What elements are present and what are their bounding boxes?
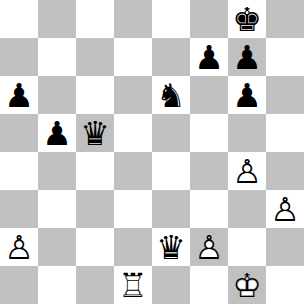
piece-glyph: ♟ [0,76,38,114]
square-h7[interactable] [266,38,304,76]
square-g5[interactable] [228,114,266,152]
square-c5[interactable]: ♛ [76,114,114,152]
square-b6[interactable] [38,76,76,114]
square-h2[interactable] [266,228,304,266]
square-e2[interactable]: ♛ [152,228,190,266]
square-b5[interactable]: ♟ [38,114,76,152]
square-g1[interactable]: ♚♔ [228,266,266,304]
piece-black-pawn[interactable]: ♟ [228,38,266,76]
square-h6[interactable] [266,76,304,114]
piece-white-pawn[interactable]: ♟♙ [0,228,38,266]
square-g8[interactable]: ♚ [228,0,266,38]
square-g7[interactable]: ♟ [228,38,266,76]
square-d6[interactable] [114,76,152,114]
square-c3[interactable] [76,190,114,228]
square-g4[interactable]: ♟♙ [228,152,266,190]
piece-black-knight[interactable]: ♞ [152,76,190,114]
square-c4[interactable] [76,152,114,190]
piece-black-pawn[interactable]: ♟ [38,114,76,152]
square-a7[interactable] [0,38,38,76]
square-c8[interactable] [76,0,114,38]
square-b2[interactable] [38,228,76,266]
square-a4[interactable] [0,152,38,190]
piece-black-queen[interactable]: ♛ [152,228,190,266]
piece-black-pawn[interactable]: ♟ [190,38,228,76]
piece-glyph: ♟ [190,38,228,76]
square-d7[interactable] [114,38,152,76]
square-b3[interactable] [38,190,76,228]
piece-glyph: ♙ [266,190,304,228]
square-f4[interactable] [190,152,228,190]
piece-glyph: ♙ [0,228,38,266]
square-c2[interactable] [76,228,114,266]
piece-glyph: ♟ [228,38,266,76]
square-d5[interactable] [114,114,152,152]
square-f1[interactable] [190,266,228,304]
square-e3[interactable] [152,190,190,228]
square-f6[interactable] [190,76,228,114]
piece-glyph: ♟ [38,114,76,152]
piece-glyph: ♙ [228,152,266,190]
piece-white-pawn[interactable]: ♟♙ [190,228,228,266]
square-a5[interactable] [0,114,38,152]
square-e5[interactable] [152,114,190,152]
piece-black-queen[interactable]: ♛ [76,114,114,152]
square-h5[interactable] [266,114,304,152]
square-a6[interactable]: ♟ [0,76,38,114]
square-c7[interactable] [76,38,114,76]
square-b4[interactable] [38,152,76,190]
square-e6[interactable]: ♞ [152,76,190,114]
square-e1[interactable] [152,266,190,304]
square-f2[interactable]: ♟♙ [190,228,228,266]
square-a8[interactable] [0,0,38,38]
square-d2[interactable] [114,228,152,266]
square-f3[interactable] [190,190,228,228]
piece-white-pawn[interactable]: ♟♙ [266,190,304,228]
square-g3[interactable] [228,190,266,228]
square-e7[interactable] [152,38,190,76]
square-f5[interactable] [190,114,228,152]
square-h3[interactable]: ♟♙ [266,190,304,228]
piece-white-king[interactable]: ♚♔ [228,266,266,304]
square-g2[interactable] [228,228,266,266]
square-c6[interactable] [76,76,114,114]
square-a2[interactable]: ♟♙ [0,228,38,266]
square-d4[interactable] [114,152,152,190]
square-h4[interactable] [266,152,304,190]
square-f7[interactable]: ♟ [190,38,228,76]
piece-black-pawn[interactable]: ♟ [228,76,266,114]
square-a1[interactable] [0,266,38,304]
chess-board: ♚♟♟♟♞♟♟♛♟♙♟♙♟♙♛♟♙♜♖♚♔ [0,0,304,304]
square-a3[interactable] [0,190,38,228]
piece-glyph: ♛ [152,228,190,266]
piece-glyph: ♛ [76,114,114,152]
piece-white-rook[interactable]: ♜♖ [114,266,152,304]
square-h1[interactable] [266,266,304,304]
square-c1[interactable] [76,266,114,304]
square-g6[interactable]: ♟ [228,76,266,114]
square-b8[interactable] [38,0,76,38]
piece-black-pawn[interactable]: ♟ [0,76,38,114]
square-b7[interactable] [38,38,76,76]
square-d8[interactable] [114,0,152,38]
piece-white-pawn[interactable]: ♟♙ [228,152,266,190]
square-d1[interactable]: ♜♖ [114,266,152,304]
piece-glyph: ♙ [190,228,228,266]
piece-glyph: ♚ [228,0,266,38]
piece-glyph: ♖ [114,266,152,304]
piece-glyph: ♞ [152,76,190,114]
square-e4[interactable] [152,152,190,190]
piece-black-king[interactable]: ♚ [228,0,266,38]
square-e8[interactable] [152,0,190,38]
square-b1[interactable] [38,266,76,304]
piece-glyph: ♔ [228,266,266,304]
square-f8[interactable] [190,0,228,38]
square-h8[interactable] [266,0,304,38]
square-d3[interactable] [114,190,152,228]
piece-glyph: ♟ [228,76,266,114]
